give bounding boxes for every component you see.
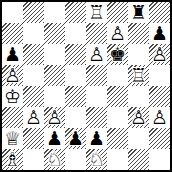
- square-h3[interactable]: ♟♙: [149, 107, 170, 128]
- square-f7[interactable]: ♟♙: [107, 23, 128, 44]
- piece-glyph: ♔: [2, 86, 23, 107]
- square-a1[interactable]: ♝♗: [2, 149, 23, 170]
- piece-glyph: ♘: [44, 149, 65, 170]
- white-king-piece: ♚♔: [2, 86, 23, 107]
- square-g4[interactable]: [128, 86, 149, 107]
- square-b2[interactable]: [23, 128, 44, 149]
- white-bishop-piece: ♝♗: [2, 149, 23, 170]
- white-pawn-piece: ♟♙: [128, 107, 149, 128]
- square-e6[interactable]: ♟♙: [86, 44, 107, 65]
- white-pawn-piece: ♟♙: [86, 44, 107, 65]
- piece-glyph: ♙: [149, 107, 170, 128]
- square-d2[interactable]: ♟♟: [65, 128, 86, 149]
- piece-glyph: ♙: [86, 44, 107, 65]
- white-pawn-piece: ♟♙: [149, 107, 170, 128]
- square-c7[interactable]: [44, 23, 65, 44]
- white-rook-piece: ♜♖: [86, 2, 107, 23]
- square-h2[interactable]: [149, 128, 170, 149]
- piece-glyph: ♙: [128, 107, 149, 128]
- square-f5[interactable]: [107, 65, 128, 86]
- square-h6[interactable]: ♟♙: [149, 44, 170, 65]
- piece-glyph: ♟: [2, 44, 23, 65]
- square-e2[interactable]: ♟♟: [86, 128, 107, 149]
- square-g1[interactable]: [128, 149, 149, 170]
- square-d6[interactable]: [65, 44, 86, 65]
- white-pawn-piece: ♟♙: [149, 44, 170, 65]
- square-d8[interactable]: [65, 2, 86, 23]
- black-pawn-piece: ♟♟: [2, 44, 23, 65]
- chess-board-frame: ♜♖♜♜♟♙♟♟♟♟♟♙♚♚♟♙♟♙♜♖♚♔♟♙♟♙♟♙♟♙♛♕♟♟♟♟♟♟♝♗…: [0, 0, 172, 172]
- piece-glyph: ♕: [2, 128, 23, 149]
- square-h4[interactable]: [149, 86, 170, 107]
- square-g7[interactable]: [128, 23, 149, 44]
- white-pawn-piece: ♟♙: [44, 107, 65, 128]
- square-c6[interactable]: [44, 44, 65, 65]
- piece-glyph: ♘: [86, 149, 107, 170]
- square-d7[interactable]: [65, 23, 86, 44]
- square-b6[interactable]: [23, 44, 44, 65]
- piece-glyph: ♖: [128, 65, 149, 86]
- square-b4[interactable]: [23, 86, 44, 107]
- square-f4[interactable]: [107, 86, 128, 107]
- piece-glyph: ♙: [44, 107, 65, 128]
- square-g3[interactable]: ♟♙: [128, 107, 149, 128]
- black-pawn-piece: ♟♟: [86, 128, 107, 149]
- black-king-piece: ♚♚: [107, 44, 128, 65]
- square-c4[interactable]: [44, 86, 65, 107]
- square-e3[interactable]: [86, 107, 107, 128]
- piece-glyph: ♙: [2, 65, 23, 86]
- square-c8[interactable]: [44, 2, 65, 23]
- black-pawn-piece: ♟♟: [149, 23, 170, 44]
- piece-glyph: ♟: [149, 23, 170, 44]
- white-knight-piece: ♞♘: [86, 149, 107, 170]
- piece-glyph: ♙: [149, 44, 170, 65]
- square-g6[interactable]: [128, 44, 149, 65]
- square-a2[interactable]: ♛♕: [2, 128, 23, 149]
- square-d5[interactable]: [65, 65, 86, 86]
- piece-glyph: ♜: [128, 2, 149, 23]
- square-a5[interactable]: ♟♙: [2, 65, 23, 86]
- square-a3[interactable]: [2, 107, 23, 128]
- white-knight-piece: ♞♘: [44, 149, 65, 170]
- square-h8[interactable]: [149, 2, 170, 23]
- square-d4[interactable]: [65, 86, 86, 107]
- square-f3[interactable]: [107, 107, 128, 128]
- square-g2[interactable]: [128, 128, 149, 149]
- square-a8[interactable]: [2, 2, 23, 23]
- black-pawn-piece: ♟♟: [44, 128, 65, 149]
- square-h1[interactable]: [149, 149, 170, 170]
- square-a7[interactable]: [2, 23, 23, 44]
- chess-board: ♜♖♜♜♟♙♟♟♟♟♟♙♚♚♟♙♟♙♜♖♚♔♟♙♟♙♟♙♟♙♛♕♟♟♟♟♟♟♝♗…: [2, 2, 170, 170]
- square-b3[interactable]: ♟♙: [23, 107, 44, 128]
- white-queen-piece: ♛♕: [2, 128, 23, 149]
- piece-glyph: ♚: [107, 44, 128, 65]
- square-g5[interactable]: ♜♖: [128, 65, 149, 86]
- square-b1[interactable]: [23, 149, 44, 170]
- square-d1[interactable]: [65, 149, 86, 170]
- square-h7[interactable]: ♟♟: [149, 23, 170, 44]
- piece-glyph: ♖: [86, 2, 107, 23]
- square-e8[interactable]: ♜♖: [86, 2, 107, 23]
- piece-glyph: ♟: [44, 128, 65, 149]
- square-c3[interactable]: ♟♙: [44, 107, 65, 128]
- square-f6[interactable]: ♚♚: [107, 44, 128, 65]
- square-f8[interactable]: [107, 2, 128, 23]
- square-b7[interactable]: [23, 23, 44, 44]
- square-f2[interactable]: [107, 128, 128, 149]
- piece-glyph: ♙: [107, 23, 128, 44]
- black-pawn-piece: ♟♟: [65, 128, 86, 149]
- square-h5[interactable]: [149, 65, 170, 86]
- white-pawn-piece: ♟♙: [2, 65, 23, 86]
- white-pawn-piece: ♟♙: [23, 107, 44, 128]
- black-rook-piece: ♜♜: [128, 2, 149, 23]
- square-d3[interactable]: [65, 107, 86, 128]
- square-c1[interactable]: ♞♘: [44, 149, 65, 170]
- square-e5[interactable]: [86, 65, 107, 86]
- piece-glyph: ♗: [2, 149, 23, 170]
- square-e1[interactable]: ♞♘: [86, 149, 107, 170]
- square-g8[interactable]: ♜♜: [128, 2, 149, 23]
- square-b5[interactable]: [23, 65, 44, 86]
- square-a4[interactable]: ♚♔: [2, 86, 23, 107]
- piece-glyph: ♟: [86, 128, 107, 149]
- piece-glyph: ♟: [65, 128, 86, 149]
- white-pawn-piece: ♟♙: [107, 23, 128, 44]
- piece-glyph: ♙: [23, 107, 44, 128]
- square-a6[interactable]: ♟♟: [2, 44, 23, 65]
- square-e7[interactable]: [86, 23, 107, 44]
- square-b8[interactable]: [23, 2, 44, 23]
- white-rook-piece: ♜♖: [128, 65, 149, 86]
- square-c2[interactable]: ♟♟: [44, 128, 65, 149]
- square-c5[interactable]: [44, 65, 65, 86]
- square-e4[interactable]: [86, 86, 107, 107]
- square-f1[interactable]: [107, 149, 128, 170]
